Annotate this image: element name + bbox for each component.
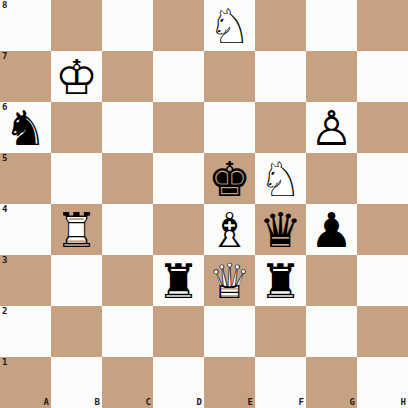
piece-white-pawn-g6[interactable]: ♙ — [306, 102, 357, 153]
square-b3[interactable] — [51, 255, 102, 306]
square-g5[interactable] — [306, 153, 357, 204]
piece-black-rook-f3[interactable]: ♜ — [255, 255, 306, 306]
file-label-c: C — [146, 398, 151, 407]
square-f6[interactable] — [255, 102, 306, 153]
square-f1[interactable]: F — [255, 357, 306, 408]
square-d3[interactable]: ♜ — [153, 255, 204, 306]
square-d6[interactable] — [153, 102, 204, 153]
square-a5[interactable]: 5 — [0, 153, 51, 204]
square-e4[interactable]: ♝♗ — [204, 204, 255, 255]
square-b7[interactable]: ♚♔ — [51, 51, 102, 102]
square-b1[interactable]: B — [51, 357, 102, 408]
square-f4[interactable]: ♛ — [255, 204, 306, 255]
square-h8[interactable] — [357, 0, 408, 51]
square-c6[interactable] — [102, 102, 153, 153]
square-d1[interactable]: D — [153, 357, 204, 408]
square-e5[interactable]: ♚ — [204, 153, 255, 204]
piece-black-rook-d3[interactable]: ♜ — [153, 255, 204, 306]
piece-white-knight-e8[interactable]: ♘ — [204, 0, 255, 51]
square-e2[interactable] — [204, 306, 255, 357]
file-label-h: H — [401, 398, 406, 407]
square-h6[interactable] — [357, 102, 408, 153]
square-c7[interactable] — [102, 51, 153, 102]
file-label-g: G — [350, 398, 355, 407]
rank-label-4: 4 — [2, 205, 7, 214]
square-a4[interactable]: 4 — [0, 204, 51, 255]
square-b6[interactable] — [51, 102, 102, 153]
square-f2[interactable] — [255, 306, 306, 357]
square-h1[interactable]: H — [357, 357, 408, 408]
square-e7[interactable] — [204, 51, 255, 102]
square-c2[interactable] — [102, 306, 153, 357]
square-g7[interactable] — [306, 51, 357, 102]
piece-black-knight-a6[interactable]: ♞ — [0, 102, 51, 153]
square-b8[interactable] — [51, 0, 102, 51]
rank-label-6: 6 — [2, 103, 7, 112]
chess-board: 8♞♘7♚♔♞6♟♙5♚♞♘4♜♖♝♗♛♟3♜♛♕♜21ABCDEFGH — [0, 0, 408, 408]
square-d2[interactable] — [153, 306, 204, 357]
file-label-b: B — [95, 398, 100, 407]
square-d4[interactable] — [153, 204, 204, 255]
piece-white-rook-b4[interactable]: ♖ — [51, 204, 102, 255]
square-e6[interactable] — [204, 102, 255, 153]
piece-white-queen-e3[interactable]: ♕ — [204, 255, 255, 306]
file-label-d: D — [197, 398, 202, 407]
rank-label-5: 5 — [2, 154, 7, 163]
piece-black-king-e5[interactable]: ♚ — [204, 153, 255, 204]
square-e1[interactable]: E — [204, 357, 255, 408]
square-e8[interactable]: ♞♘ — [204, 0, 255, 51]
file-label-e: E — [248, 398, 253, 407]
square-b4[interactable]: ♜♖ — [51, 204, 102, 255]
square-a7[interactable]: 7 — [0, 51, 51, 102]
square-a1[interactable]: 1A — [0, 357, 51, 408]
piece-black-pawn-g4[interactable]: ♟ — [306, 204, 357, 255]
square-f3[interactable]: ♜ — [255, 255, 306, 306]
square-a3[interactable]: 3 — [0, 255, 51, 306]
square-c5[interactable] — [102, 153, 153, 204]
rank-label-1: 1 — [2, 358, 7, 367]
square-b5[interactable] — [51, 153, 102, 204]
piece-white-bishop-e4[interactable]: ♗ — [204, 204, 255, 255]
square-e3[interactable]: ♛♕ — [204, 255, 255, 306]
square-c8[interactable] — [102, 0, 153, 51]
square-a8[interactable]: 8 — [0, 0, 51, 51]
piece-white-knight-f5[interactable]: ♘ — [255, 153, 306, 204]
square-h7[interactable] — [357, 51, 408, 102]
square-g2[interactable] — [306, 306, 357, 357]
square-f8[interactable] — [255, 0, 306, 51]
square-c1[interactable]: C — [102, 357, 153, 408]
square-f5[interactable]: ♞♘ — [255, 153, 306, 204]
piece-white-king-b7[interactable]: ♔ — [51, 51, 102, 102]
rank-label-8: 8 — [2, 1, 7, 10]
square-g6[interactable]: ♟♙ — [306, 102, 357, 153]
square-d8[interactable] — [153, 0, 204, 51]
square-g3[interactable] — [306, 255, 357, 306]
square-g1[interactable]: G — [306, 357, 357, 408]
square-a2[interactable]: 2 — [0, 306, 51, 357]
rank-label-7: 7 — [2, 52, 7, 61]
rank-label-2: 2 — [2, 307, 7, 316]
square-f7[interactable] — [255, 51, 306, 102]
square-h4[interactable] — [357, 204, 408, 255]
square-d5[interactable] — [153, 153, 204, 204]
square-h5[interactable] — [357, 153, 408, 204]
square-c4[interactable] — [102, 204, 153, 255]
file-label-f: F — [299, 398, 304, 407]
square-a6[interactable]: ♞6 — [0, 102, 51, 153]
square-d7[interactable] — [153, 51, 204, 102]
square-h2[interactable] — [357, 306, 408, 357]
square-b2[interactable] — [51, 306, 102, 357]
square-c3[interactable] — [102, 255, 153, 306]
square-h3[interactable] — [357, 255, 408, 306]
square-g4[interactable]: ♟ — [306, 204, 357, 255]
rank-label-3: 3 — [2, 256, 7, 265]
square-g8[interactable] — [306, 0, 357, 51]
file-label-a: A — [44, 398, 49, 407]
piece-black-queen-f4[interactable]: ♛ — [255, 204, 306, 255]
